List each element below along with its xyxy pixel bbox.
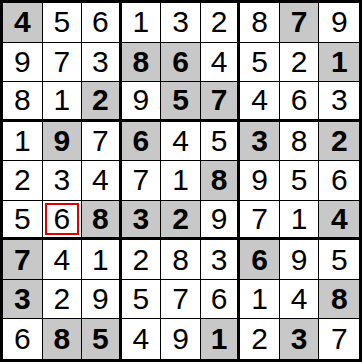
cell-r8c2[interactable]: 2: [43, 280, 83, 320]
cell-r1c8[interactable]: 7: [280, 3, 320, 43]
cell-r7c8[interactable]: 9: [280, 240, 320, 280]
cell-r4c7[interactable]: 3: [240, 122, 280, 162]
cell-r5c3[interactable]: 4: [82, 161, 122, 201]
cell-r9c5[interactable]: 9: [161, 319, 201, 359]
cell-r9c3[interactable]: 5: [82, 319, 122, 359]
cell-r7c1[interactable]: 7: [3, 240, 43, 280]
cell-r1c6[interactable]: 2: [201, 3, 241, 43]
cell-r6c6[interactable]: 9: [201, 201, 241, 241]
cell-r2c5[interactable]: 6: [161, 43, 201, 83]
cell-r3c1[interactable]: 8: [3, 82, 43, 122]
cell-r8c6[interactable]: 6: [201, 280, 241, 320]
cell-r4c3[interactable]: 7: [82, 122, 122, 162]
cell-r5c5[interactable]: 1: [161, 161, 201, 201]
cell-r2c9[interactable]: 1: [319, 43, 359, 83]
cell-r6c5[interactable]: 2: [161, 201, 201, 241]
cell-r6c4[interactable]: 3: [122, 201, 162, 241]
cell-r8c7[interactable]: 1: [240, 280, 280, 320]
cell-r4c5[interactable]: 4: [161, 122, 201, 162]
cell-r2c2[interactable]: 7: [43, 43, 83, 83]
cell-r5c8[interactable]: 5: [280, 161, 320, 201]
cell-r2c3[interactable]: 3: [82, 43, 122, 83]
cell-r6c7[interactable]: 7: [240, 201, 280, 241]
cell-r2c1[interactable]: 9: [3, 43, 43, 83]
cell-r4c2[interactable]: 9: [43, 122, 83, 162]
cell-r7c9[interactable]: 5: [319, 240, 359, 280]
cell-r7c5[interactable]: 8: [161, 240, 201, 280]
cell-r5c9[interactable]: 6: [319, 161, 359, 201]
cell-r1c9[interactable]: 9: [319, 3, 359, 43]
cell-r9c2[interactable]: 8: [43, 319, 83, 359]
cell-r8c5[interactable]: 7: [161, 280, 201, 320]
cell-r3c9[interactable]: 3: [319, 82, 359, 122]
cell-r6c9[interactable]: 4: [319, 201, 359, 241]
cell-r5c6[interactable]: 8: [201, 161, 241, 201]
cell-r5c4[interactable]: 7: [122, 161, 162, 201]
cell-r1c2[interactable]: 5: [43, 3, 83, 43]
cell-r8c1[interactable]: 3: [3, 280, 43, 320]
cell-r2c8[interactable]: 2: [280, 43, 320, 83]
cell-r1c3[interactable]: 6: [82, 3, 122, 43]
cell-r7c2[interactable]: 4: [43, 240, 83, 280]
cell-r6c3[interactable]: 8: [82, 201, 122, 241]
cell-r2c4[interactable]: 8: [122, 43, 162, 83]
cell-r5c7[interactable]: 9: [240, 161, 280, 201]
cell-r3c5[interactable]: 5: [161, 82, 201, 122]
cell-r9c9[interactable]: 7: [319, 319, 359, 359]
cell-r1c4[interactable]: 1: [122, 3, 162, 43]
cell-r7c3[interactable]: 1: [82, 240, 122, 280]
cell-r4c9[interactable]: 2: [319, 122, 359, 162]
cell-r3c3[interactable]: 2: [82, 82, 122, 122]
cell-r4c8[interactable]: 8: [280, 122, 320, 162]
cell-r3c2[interactable]: 1: [43, 82, 83, 122]
cell-r9c7[interactable]: 2: [240, 319, 280, 359]
cell-r2c7[interactable]: 5: [240, 43, 280, 83]
cell-r2c6[interactable]: 4: [201, 43, 241, 83]
cell-r4c6[interactable]: 5: [201, 122, 241, 162]
cell-r5c2[interactable]: 3: [43, 161, 83, 201]
cell-r4c4[interactable]: 6: [122, 122, 162, 162]
cell-r1c1[interactable]: 4: [3, 3, 43, 43]
cell-r7c7[interactable]: 6: [240, 240, 280, 280]
cell-r4c1[interactable]: 1: [3, 122, 43, 162]
cell-r8c9[interactable]: 8: [319, 280, 359, 320]
sudoku-board: 4561328799738645218129574631976453822347…: [0, 0, 362, 362]
cell-r3c8[interactable]: 6: [280, 82, 320, 122]
cell-r3c7[interactable]: 4: [240, 82, 280, 122]
cell-r3c4[interactable]: 9: [122, 82, 162, 122]
cell-r5c1[interactable]: 2: [3, 161, 43, 201]
cell-r1c7[interactable]: 8: [240, 3, 280, 43]
cell-r9c1[interactable]: 6: [3, 319, 43, 359]
cell-r9c6[interactable]: 1: [201, 319, 241, 359]
cell-r6c8[interactable]: 1: [280, 201, 320, 241]
cell-r9c8[interactable]: 3: [280, 319, 320, 359]
cell-r8c4[interactable]: 5: [122, 280, 162, 320]
cell-r7c4[interactable]: 2: [122, 240, 162, 280]
cell-r8c8[interactable]: 4: [280, 280, 320, 320]
cell-r7c6[interactable]: 3: [201, 240, 241, 280]
cell-r9c4[interactable]: 4: [122, 319, 162, 359]
cell-r6c1[interactable]: 5: [3, 201, 43, 241]
cell-r1c5[interactable]: 3: [161, 3, 201, 43]
cell-r8c3[interactable]: 9: [82, 280, 122, 320]
cell-r6c2[interactable]: 6: [43, 201, 83, 241]
cell-r3c6[interactable]: 7: [201, 82, 241, 122]
